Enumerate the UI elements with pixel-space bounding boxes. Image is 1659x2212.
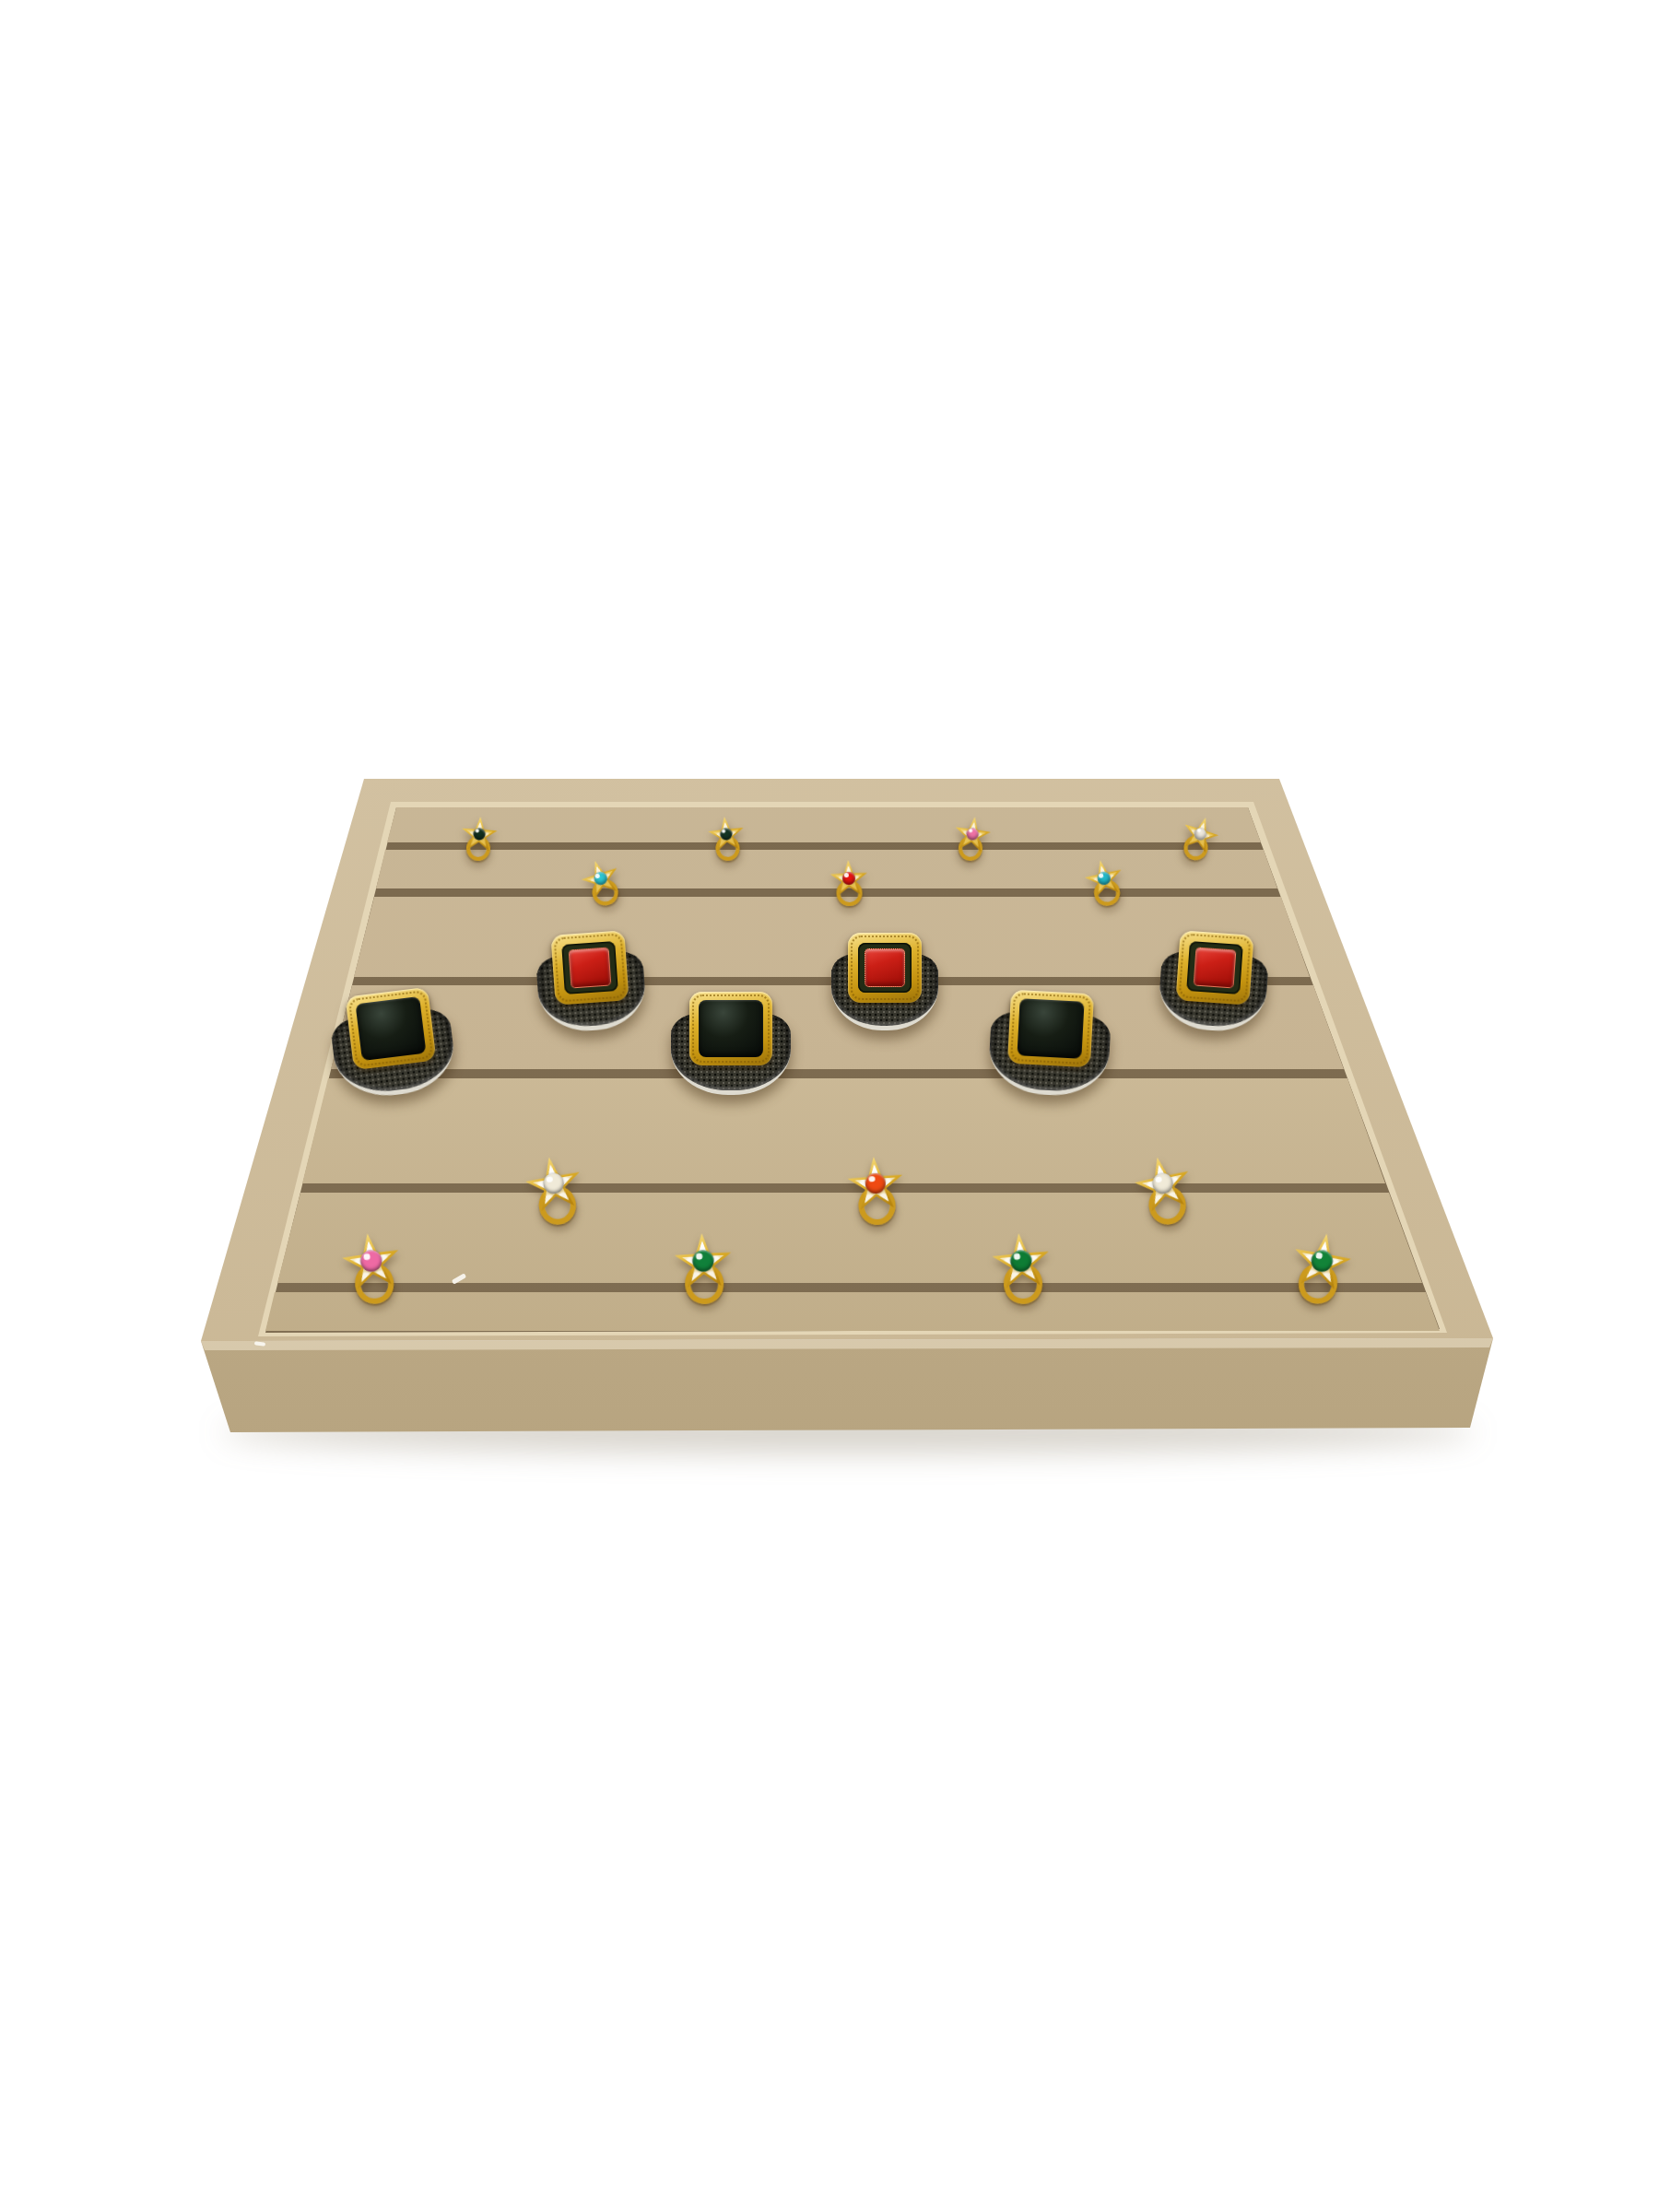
- ring-row-5-3: [1129, 1151, 1197, 1219]
- rings-layer: [0, 0, 1659, 2212]
- ring-row-5-1: [521, 1152, 587, 1218]
- ring-row-2-1: [577, 855, 626, 904]
- ring-row-4-2: [689, 992, 772, 1065]
- lint-speck-2: [254, 1341, 265, 1347]
- ring-row-2-2: [829, 859, 868, 899]
- gem-glint: [1315, 1252, 1323, 1259]
- ring-row-6-3: [989, 1230, 1053, 1294]
- enamel-border: [858, 943, 912, 994]
- signet-stone: [569, 947, 612, 989]
- signet-face: [345, 987, 436, 1070]
- ring-row-4-1: [345, 987, 436, 1070]
- ring-row-1-1: [460, 816, 500, 855]
- signet-stone: [1017, 998, 1084, 1059]
- signet-face: [848, 933, 922, 1003]
- signet-face: [689, 992, 772, 1065]
- gem-glint: [1155, 1176, 1162, 1183]
- gem-glint: [363, 1253, 371, 1260]
- ring-row-3-2: [848, 933, 922, 1003]
- gem-glint: [594, 874, 600, 878]
- gem-glint: [722, 829, 726, 833]
- gem-glint: [844, 873, 849, 877]
- gem-glint: [1196, 829, 1201, 833]
- ring-row-1-3: [951, 814, 993, 855]
- lint-speck-1: [452, 1273, 466, 1284]
- ring-row-6-1: [338, 1230, 405, 1296]
- gem-glint: [1013, 1253, 1020, 1260]
- enamel-border: [561, 941, 618, 995]
- ring-row-3-3: [1175, 930, 1253, 1005]
- signet-face: [1175, 930, 1253, 1005]
- signet-stone: [865, 948, 905, 987]
- signet-stone: [355, 996, 426, 1061]
- ring-row-1-4: [1177, 812, 1223, 858]
- photo-scene: [0, 0, 1659, 2212]
- gem-glint: [868, 1176, 875, 1182]
- gem-glint: [546, 1176, 553, 1183]
- gem-glint: [969, 829, 973, 832]
- signet-stone: [1194, 947, 1237, 989]
- signet-face: [1007, 990, 1094, 1068]
- signet-face: [550, 930, 629, 1005]
- gem-glint: [476, 829, 479, 833]
- ring-row-1-2: [706, 815, 747, 855]
- ring-row-6-4: [1288, 1229, 1356, 1297]
- gem-glint: [696, 1253, 703, 1259]
- enamel-border: [1186, 941, 1242, 995]
- ring-row-4-3: [1007, 990, 1094, 1068]
- gem-glint: [1099, 874, 1103, 878]
- signet-stone: [699, 1000, 763, 1057]
- ring-row-6-2: [672, 1231, 734, 1293]
- ring-row-2-3: [1081, 856, 1127, 902]
- ring-row-5-2: [845, 1155, 906, 1216]
- ring-row-3-1: [550, 930, 629, 1005]
